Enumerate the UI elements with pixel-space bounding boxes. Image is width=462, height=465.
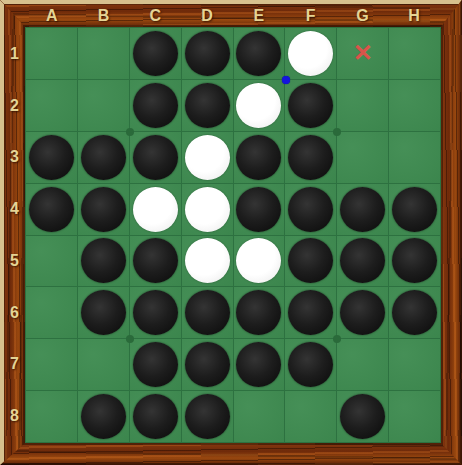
cell-G8[interactable] (337, 391, 388, 442)
row-label-4: 4 (0, 183, 26, 235)
cell-A7[interactable] (26, 339, 77, 390)
cell-H6[interactable] (389, 287, 440, 338)
cell-F5[interactable] (285, 236, 336, 287)
black-disc-F4 (288, 187, 333, 232)
black-disc-F7 (288, 342, 333, 387)
othello-game-window: ABCDEFGH 12345678 ✕ (0, 0, 462, 465)
cell-H4[interactable] (389, 184, 440, 235)
star-point-2 (126, 335, 134, 343)
black-disc-C7 (133, 342, 178, 387)
cell-B7[interactable] (78, 339, 129, 390)
cell-D7[interactable] (182, 339, 233, 390)
cell-E1[interactable] (234, 28, 285, 79)
cell-C4[interactable] (130, 184, 181, 235)
black-disc-B4 (81, 187, 126, 232)
cell-C7[interactable] (130, 339, 181, 390)
cell-B8[interactable] (78, 391, 129, 442)
cell-F2[interactable] (285, 80, 336, 131)
black-disc-G5 (340, 238, 385, 283)
black-disc-C2 (133, 83, 178, 128)
cell-F7[interactable] (285, 339, 336, 390)
star-point-1 (333, 128, 341, 136)
cell-H5[interactable] (389, 236, 440, 287)
black-disc-G6 (340, 290, 385, 335)
cell-E3[interactable] (234, 132, 285, 183)
white-disc-D5 (185, 238, 230, 283)
cell-E5[interactable] (234, 236, 285, 287)
blue-dot-marker (282, 76, 290, 84)
cell-B2[interactable] (78, 80, 129, 131)
wood-frame-right (440, 0, 462, 465)
white-disc-E5 (236, 238, 281, 283)
cell-A8[interactable] (26, 391, 77, 442)
cell-B3[interactable] (78, 132, 129, 183)
cell-A1[interactable] (26, 28, 77, 79)
white-disc-C4 (133, 187, 178, 232)
board: ✕ (26, 28, 440, 442)
star-point-0 (126, 128, 134, 136)
cell-C8[interactable] (130, 391, 181, 442)
row-label-8: 8 (0, 390, 26, 442)
column-label-H: H (388, 0, 440, 28)
white-disc-E2 (236, 83, 281, 128)
cell-B4[interactable] (78, 184, 129, 235)
column-label-G: G (337, 0, 389, 28)
cell-G2[interactable] (337, 80, 388, 131)
black-disc-F2 (288, 83, 333, 128)
column-label-C: C (130, 0, 182, 28)
black-disc-B3 (81, 135, 126, 180)
black-disc-A3 (29, 135, 74, 180)
row-label-2: 2 (0, 80, 26, 132)
black-disc-B6 (81, 290, 126, 335)
cell-E8[interactable] (234, 391, 285, 442)
black-disc-C1 (133, 31, 178, 76)
black-disc-C8 (133, 394, 178, 439)
cell-G5[interactable] (337, 236, 388, 287)
cell-F4[interactable] (285, 184, 336, 235)
cell-A4[interactable] (26, 184, 77, 235)
column-label-B: B (78, 0, 130, 28)
column-label-A: A (26, 0, 78, 28)
black-disc-D8 (185, 394, 230, 439)
row-labels: 12345678 (0, 28, 26, 442)
cell-A6[interactable] (26, 287, 77, 338)
black-disc-H5 (392, 238, 437, 283)
cell-F6[interactable] (285, 287, 336, 338)
black-disc-G8 (340, 394, 385, 439)
cell-B1[interactable] (78, 28, 129, 79)
cell-A3[interactable] (26, 132, 77, 183)
cell-E4[interactable] (234, 184, 285, 235)
cell-C6[interactable] (130, 287, 181, 338)
cell-C1[interactable] (130, 28, 181, 79)
cell-H1[interactable] (389, 28, 440, 79)
cell-E6[interactable] (234, 287, 285, 338)
cell-F3[interactable] (285, 132, 336, 183)
cell-D5[interactable] (182, 236, 233, 287)
cell-H3[interactable] (389, 132, 440, 183)
cell-G1[interactable]: ✕ (337, 28, 388, 79)
black-disc-B5 (81, 238, 126, 283)
cell-E7[interactable] (234, 339, 285, 390)
star-point-3 (333, 335, 341, 343)
cell-G6[interactable] (337, 287, 388, 338)
wood-frame-bottom (0, 442, 462, 465)
cell-H2[interactable] (389, 80, 440, 131)
cell-G7[interactable] (337, 339, 388, 390)
cell-B5[interactable] (78, 236, 129, 287)
cell-F8[interactable] (285, 391, 336, 442)
black-disc-C6 (133, 290, 178, 335)
black-disc-D6 (185, 290, 230, 335)
cell-D2[interactable] (182, 80, 233, 131)
cell-D8[interactable] (182, 391, 233, 442)
cell-C5[interactable] (130, 236, 181, 287)
row-label-7: 7 (0, 339, 26, 391)
cell-D1[interactable] (182, 28, 233, 79)
column-label-F: F (285, 0, 337, 28)
black-disc-F3 (288, 135, 333, 180)
cell-D3[interactable] (182, 132, 233, 183)
black-disc-E7 (236, 342, 281, 387)
cell-H8[interactable] (389, 391, 440, 442)
row-label-1: 1 (0, 28, 26, 80)
cell-A5[interactable] (26, 236, 77, 287)
black-disc-F5 (288, 238, 333, 283)
black-disc-D1 (185, 31, 230, 76)
cell-C3[interactable] (130, 132, 181, 183)
white-disc-D4 (185, 187, 230, 232)
red-x-marker: ✕ (337, 28, 388, 79)
cell-G3[interactable] (337, 132, 388, 183)
black-disc-B8 (81, 394, 126, 439)
black-disc-G4 (340, 187, 385, 232)
white-disc-D3 (185, 135, 230, 180)
cell-G4[interactable] (337, 184, 388, 235)
black-disc-H6 (392, 290, 437, 335)
row-label-6: 6 (0, 287, 26, 339)
column-label-E: E (233, 0, 285, 28)
column-label-D: D (181, 0, 233, 28)
column-labels: ABCDEFGH (26, 0, 440, 28)
row-label-5: 5 (0, 235, 26, 287)
row-label-3: 3 (0, 132, 26, 184)
black-disc-C5 (133, 238, 178, 283)
black-disc-E3 (236, 135, 281, 180)
black-disc-E6 (236, 290, 281, 335)
black-disc-D2 (185, 83, 230, 128)
cell-D4[interactable] (182, 184, 233, 235)
black-disc-E4 (236, 187, 281, 232)
black-disc-H4 (392, 187, 437, 232)
cell-E2[interactable] (234, 80, 285, 131)
cell-H7[interactable] (389, 339, 440, 390)
black-disc-A4 (29, 187, 74, 232)
cell-C2[interactable] (130, 80, 181, 131)
cell-B6[interactable] (78, 287, 129, 338)
black-disc-F6 (288, 290, 333, 335)
black-disc-C3 (133, 135, 178, 180)
cell-F1[interactable] (285, 28, 336, 79)
black-disc-D7 (185, 342, 230, 387)
cell-D6[interactable] (182, 287, 233, 338)
white-disc-F1 (288, 31, 333, 76)
cell-A2[interactable] (26, 80, 77, 131)
black-disc-E1 (236, 31, 281, 76)
